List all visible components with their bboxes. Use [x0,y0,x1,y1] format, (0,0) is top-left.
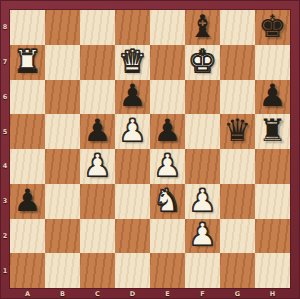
square-d1[interactable] [115,253,150,288]
square-h5[interactable]: ♜ [255,114,290,149]
square-h7[interactable] [255,45,290,80]
square-c5[interactable]: ♟ [80,114,115,149]
rank-label-2: 2 [0,219,10,254]
square-h8[interactable]: ♚ [255,10,290,45]
black-bishop-piece[interactable]: ♝ [189,11,217,42]
square-b7[interactable] [45,45,80,80]
black-king-piece[interactable]: ♚ [259,11,287,42]
square-g1[interactable] [220,253,255,288]
square-h1[interactable] [255,253,290,288]
square-c7[interactable] [80,45,115,80]
black-pawn-piece[interactable]: ♟ [84,115,112,146]
square-h6[interactable]: ♟ [255,80,290,115]
square-h2[interactable] [255,219,290,254]
square-b6[interactable] [45,80,80,115]
square-a6[interactable] [10,80,45,115]
square-c6[interactable] [80,80,115,115]
chess-board: ♝♚♜♛♚♟♟♟♟♟♛♜♟♟♟♞♟♟ [10,10,290,288]
square-d5[interactable]: ♟ [115,114,150,149]
square-d2[interactable] [115,219,150,254]
white-rook-piece[interactable]: ♜ [14,46,42,77]
square-b4[interactable] [45,149,80,184]
square-a8[interactable] [10,10,45,45]
square-a3[interactable]: ♟ [10,184,45,219]
rank-label-4: 4 [0,149,10,184]
white-queen-piece[interactable]: ♛ [119,46,147,77]
black-pawn-piece[interactable]: ♟ [14,185,42,216]
square-f4[interactable] [185,149,220,184]
square-e1[interactable] [150,253,185,288]
black-queen-piece[interactable]: ♛ [224,115,252,146]
square-e3[interactable]: ♞ [150,184,185,219]
black-pawn-piece[interactable]: ♟ [154,115,182,146]
square-a1[interactable] [10,253,45,288]
square-f8[interactable]: ♝ [185,10,220,45]
square-b1[interactable] [45,253,80,288]
square-d7[interactable]: ♛ [115,45,150,80]
square-b5[interactable] [45,114,80,149]
square-h4[interactable] [255,149,290,184]
square-b8[interactable] [45,10,80,45]
square-c3[interactable] [80,184,115,219]
square-e7[interactable] [150,45,185,80]
file-label-c: C [80,288,115,299]
rank-label-7: 7 [0,45,10,80]
black-pawn-piece[interactable]: ♟ [119,80,147,111]
square-g2[interactable] [220,219,255,254]
file-label-a: A [10,288,45,299]
rank-label-5: 5 [0,114,10,149]
square-f1[interactable] [185,253,220,288]
file-label-b: B [45,288,80,299]
rank-label-8: 8 [0,10,10,45]
square-g4[interactable] [220,149,255,184]
square-e8[interactable] [150,10,185,45]
square-f7[interactable]: ♚ [185,45,220,80]
square-a5[interactable] [10,114,45,149]
white-pawn-piece[interactable]: ♟ [119,115,147,146]
board-frame: ♝♚♜♛♚♟♟♟♟♟♛♜♟♟♟♞♟♟ 87654321 ABCDEFGH [0,0,300,299]
black-pawn-piece[interactable]: ♟ [259,80,287,111]
white-pawn-piece[interactable]: ♟ [189,219,217,250]
square-a4[interactable] [10,149,45,184]
square-c2[interactable] [80,219,115,254]
square-f6[interactable] [185,80,220,115]
square-d4[interactable] [115,149,150,184]
file-label-d: D [115,288,150,299]
square-g6[interactable] [220,80,255,115]
white-pawn-piece[interactable]: ♟ [154,150,182,181]
square-e4[interactable]: ♟ [150,149,185,184]
square-b3[interactable] [45,184,80,219]
square-g7[interactable] [220,45,255,80]
square-f2[interactable]: ♟ [185,219,220,254]
square-d8[interactable] [115,10,150,45]
white-pawn-piece[interactable]: ♟ [189,185,217,216]
square-c1[interactable] [80,253,115,288]
white-pawn-piece[interactable]: ♟ [84,150,112,181]
square-c8[interactable] [80,10,115,45]
square-e6[interactable] [150,80,185,115]
file-label-f: F [185,288,220,299]
square-d6[interactable]: ♟ [115,80,150,115]
square-g5[interactable]: ♛ [220,114,255,149]
file-label-e: E [150,288,185,299]
square-g8[interactable] [220,10,255,45]
file-label-g: G [220,288,255,299]
file-label-h: H [255,288,290,299]
white-king-piece[interactable]: ♚ [189,46,217,77]
square-d3[interactable] [115,184,150,219]
square-f5[interactable] [185,114,220,149]
square-a2[interactable] [10,219,45,254]
square-e2[interactable] [150,219,185,254]
square-b2[interactable] [45,219,80,254]
rank-label-3: 3 [0,184,10,219]
rank-label-1: 1 [0,253,10,288]
square-e5[interactable]: ♟ [150,114,185,149]
square-h3[interactable] [255,184,290,219]
square-c4[interactable]: ♟ [80,149,115,184]
square-f3[interactable]: ♟ [185,184,220,219]
white-knight-piece[interactable]: ♞ [154,185,182,216]
square-a7[interactable]: ♜ [10,45,45,80]
square-g3[interactable] [220,184,255,219]
rank-label-6: 6 [0,80,10,115]
black-rook-piece[interactable]: ♜ [259,115,287,146]
